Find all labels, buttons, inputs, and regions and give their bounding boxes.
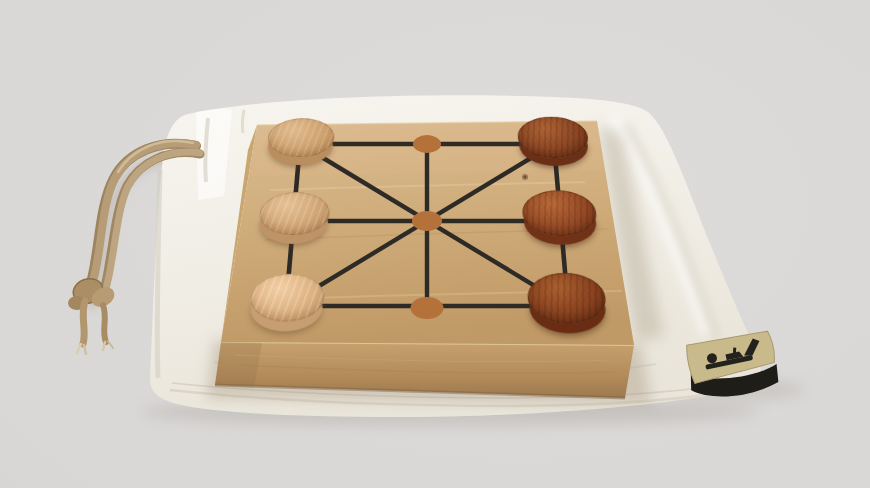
rope-end-2 (103, 305, 106, 342)
bag-left-edge-shade (157, 170, 160, 378)
point-a1[interactable] (210, 262, 358, 352)
rope-end-1 (83, 301, 85, 344)
rope-fray-1 (77, 344, 81, 353)
point-c3[interactable] (489, 109, 622, 182)
tapatan-photo-scene (0, 0, 870, 488)
point-c2[interactable] (492, 182, 632, 263)
piece-dark-c1[interactable] (527, 273, 609, 324)
rope-fray-2 (84, 345, 86, 354)
piece-light-a3[interactable] (266, 118, 336, 157)
piece-light-a1[interactable] (248, 274, 326, 322)
point-a2[interactable] (222, 182, 362, 263)
point-c1[interactable] (495, 262, 643, 352)
piece-dark-c2[interactable] (521, 191, 599, 236)
point-b2[interactable] (359, 182, 496, 263)
point-a3[interactable] (232, 109, 365, 182)
point-b1[interactable] (355, 262, 500, 352)
piece-light-a2[interactable] (257, 192, 330, 235)
board-grid (210, 109, 644, 353)
piece-dark-c3[interactable] (517, 117, 591, 158)
point-b3[interactable] (362, 109, 492, 182)
rope-fray-4 (108, 341, 113, 348)
